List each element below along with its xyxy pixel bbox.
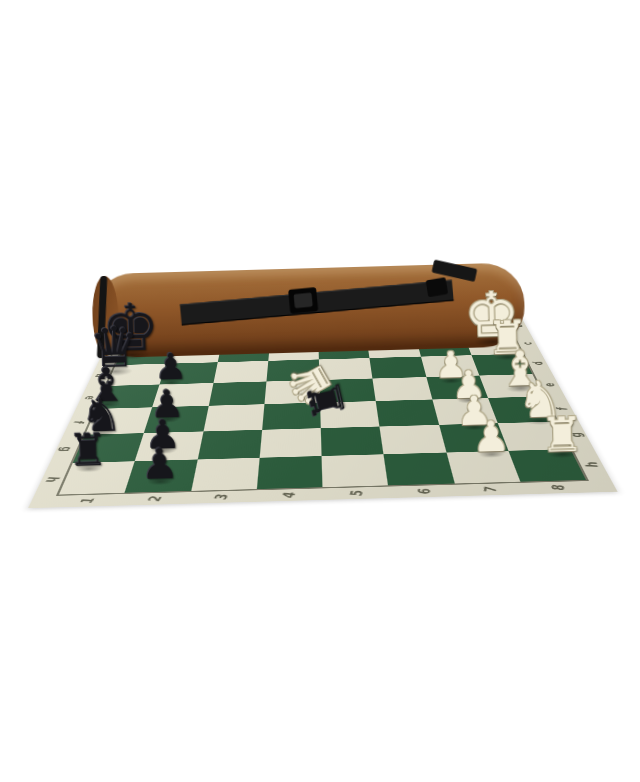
board-square — [373, 377, 432, 401]
file-label-right: h — [583, 462, 601, 468]
strap-slider-buckle-icon — [288, 287, 318, 314]
board-square — [191, 458, 260, 491]
board-square — [203, 404, 264, 431]
board-square — [376, 400, 439, 427]
board-square — [197, 430, 262, 460]
file-label-left: h — [43, 477, 62, 483]
rank-label: 8 — [550, 484, 567, 491]
rank-label: 5 — [347, 490, 365, 497]
black-rook-piece: ♜ — [68, 428, 109, 473]
black-pawn-piece: ♟ — [140, 443, 179, 486]
rank-label: 7 — [482, 486, 499, 493]
board-square — [259, 428, 321, 458]
board-square — [208, 381, 266, 405]
board-square — [380, 425, 446, 455]
board-square — [321, 426, 384, 456]
board-square — [213, 361, 268, 383]
board-square — [384, 452, 454, 485]
pieces-layer: ♚♛♝♞♜♟♟♟♟♚♜♝♞♜♟♟♟♟♛♜ — [0, 0, 629, 9]
board-square — [257, 456, 323, 489]
board-square — [322, 454, 389, 487]
scene-tilt-wrapper: 12345678aabbccddeeffgghh ♚♛♝♞♜♟♟♟♟♚♜♝♞♜♟… — [0, 0, 640, 782]
rank-label: 2 — [145, 495, 164, 502]
rank-label: 3 — [212, 493, 231, 500]
rank-label: 6 — [415, 488, 432, 495]
white-rook-piece: ♜ — [540, 410, 584, 459]
chess-set-product-photo: 12345678aabbccddeeffgghh ♚♛♝♞♜♟♟♟♟♚♜♝♞♜♟… — [0, 0, 640, 782]
rank-label: 4 — [280, 492, 298, 499]
white-pawn-piece: ♟ — [472, 415, 511, 458]
rank-label: 1 — [77, 497, 97, 504]
board-square — [370, 357, 426, 379]
strap-end-buckle-icon — [426, 277, 449, 297]
